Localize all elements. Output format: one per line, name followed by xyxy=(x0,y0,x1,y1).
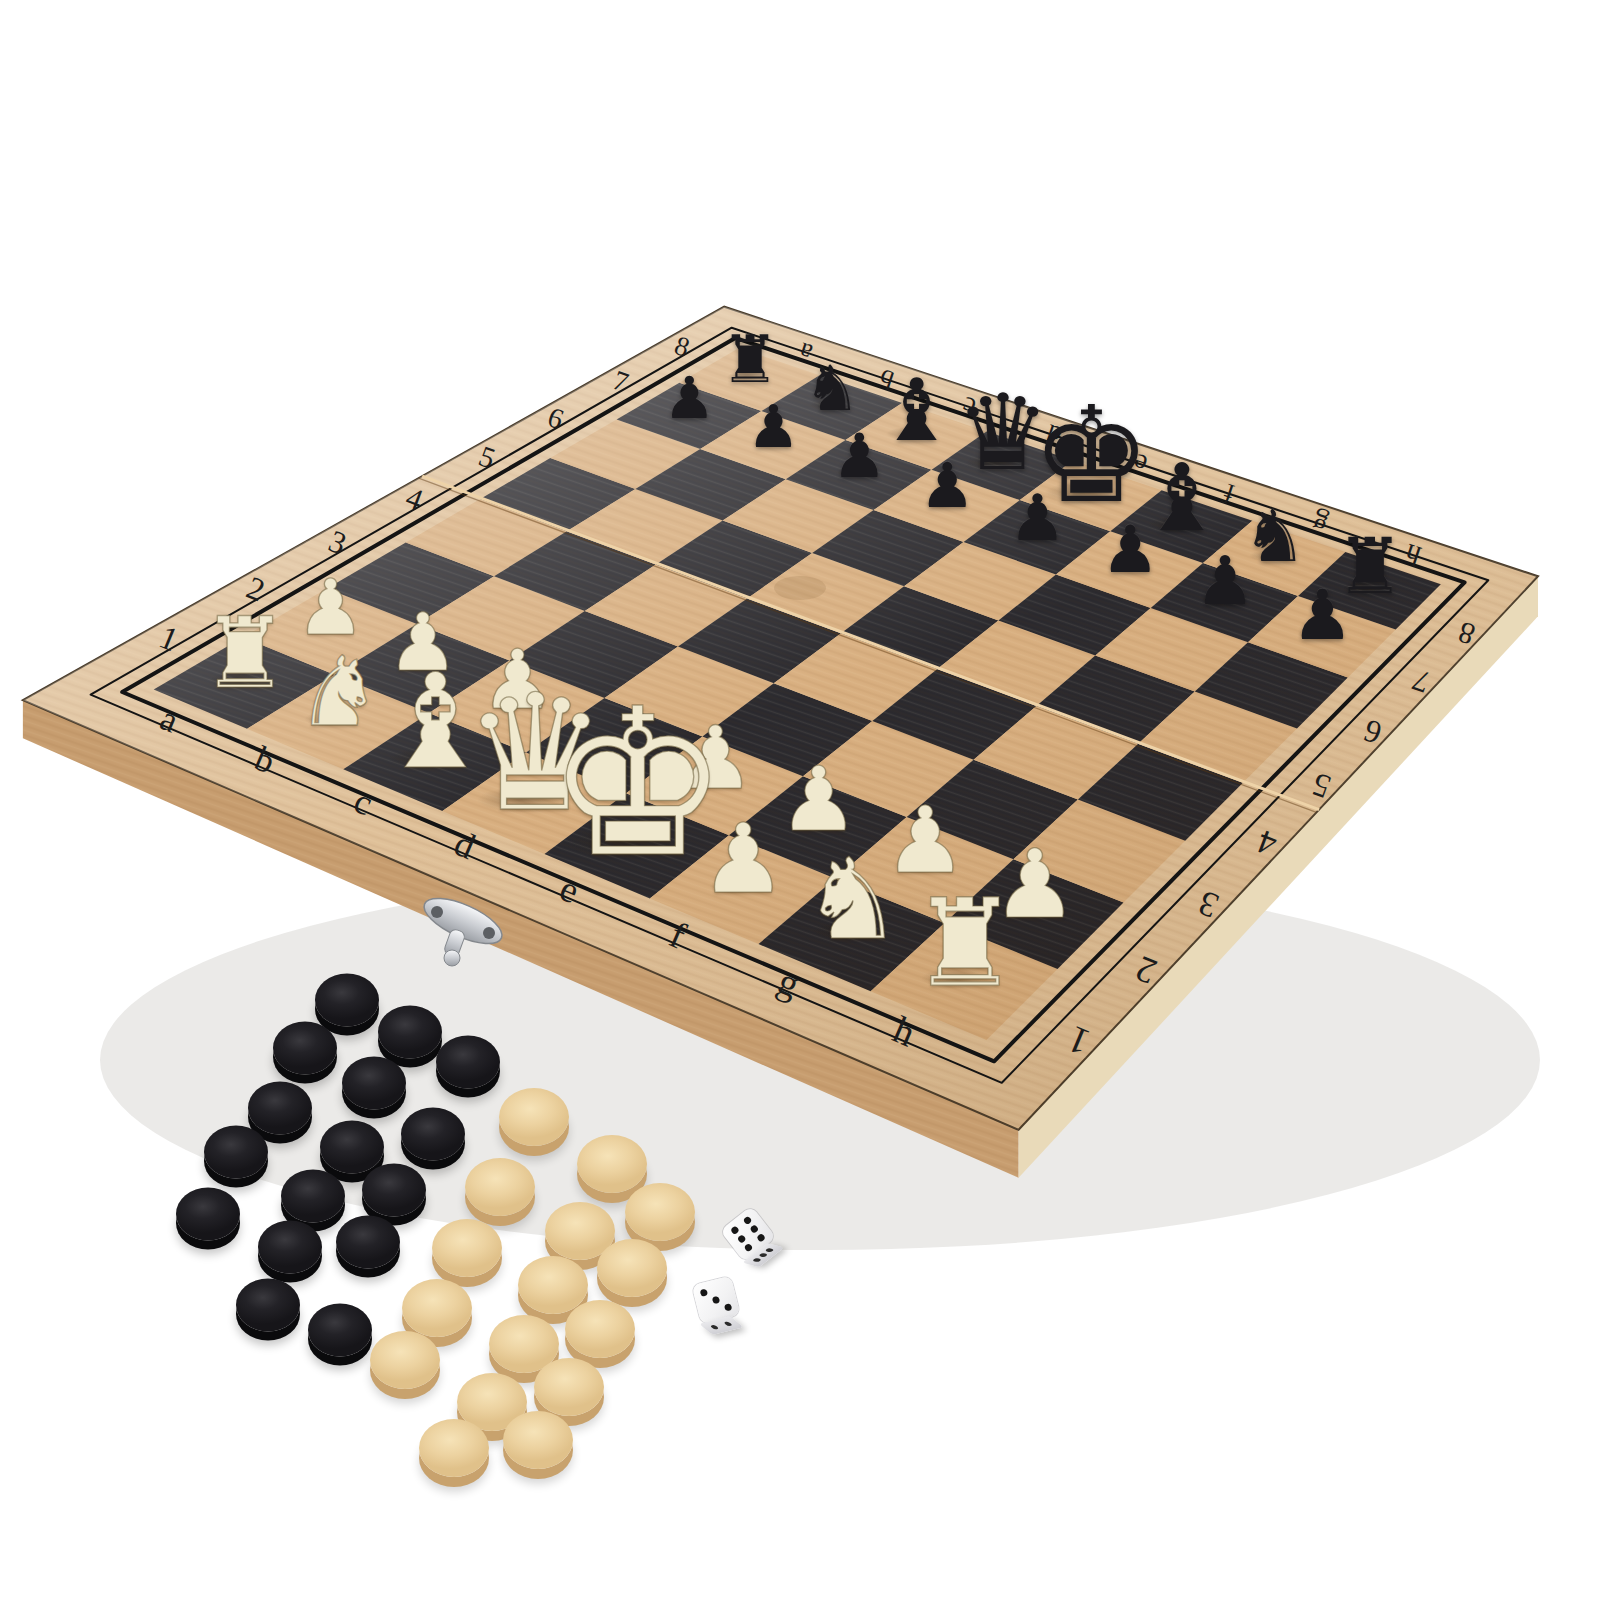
die-pip xyxy=(723,1321,733,1326)
die-showing-3[interactable] xyxy=(692,1276,740,1324)
die-pip xyxy=(700,1288,708,1296)
die-pip xyxy=(730,1225,740,1235)
die-pip xyxy=(756,1233,766,1243)
die-pip xyxy=(765,1248,775,1253)
die-pip xyxy=(752,1258,762,1263)
scene: aabbccddeeffgghh1122334455667788 ♜♞♝♛♚♝♞… xyxy=(0,0,1601,1601)
die-top-face xyxy=(692,1276,740,1324)
die-pip xyxy=(758,1253,768,1258)
die-pip xyxy=(749,1224,759,1234)
die-pip xyxy=(737,1234,747,1244)
die-pip xyxy=(712,1296,720,1304)
die-pip xyxy=(724,1303,732,1311)
die-pip xyxy=(710,1325,720,1330)
die-showing-6[interactable] xyxy=(720,1206,776,1262)
die-pip xyxy=(744,1243,754,1253)
die-pip xyxy=(742,1215,752,1225)
dice-layer xyxy=(0,0,1601,1601)
